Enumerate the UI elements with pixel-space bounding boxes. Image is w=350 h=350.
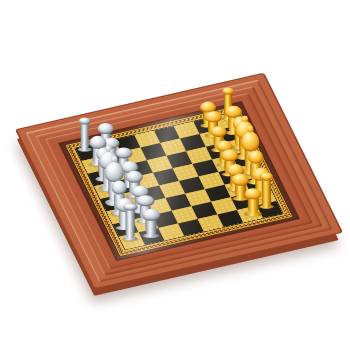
piece-cap: [225, 105, 242, 117]
piece-cap: [223, 88, 235, 95]
piece-gold-pawn-h7[interactable]: ♟: [244, 188, 262, 216]
piece-stem: [145, 219, 156, 237]
piece-cap: [142, 209, 160, 221]
piece-silver-rook-h1[interactable]: ♖: [122, 203, 138, 240]
piece-cap: [137, 195, 155, 207]
piece-cap: [211, 126, 227, 137]
piece-finial: [242, 116, 248, 122]
piece-cap: [248, 150, 263, 163]
piece-cap: [221, 150, 238, 161]
piece-cap: [97, 123, 113, 134]
piece-silver-pawn-h2[interactable]: ♙: [142, 209, 160, 237]
piece-cap: [244, 188, 262, 200]
piece-cap: [112, 181, 127, 194]
piece-finial: [106, 146, 112, 152]
piece-stem: [126, 208, 135, 239]
piece-cap: [104, 162, 123, 182]
wooden-base: [17, 74, 341, 288]
piece-cap: [260, 173, 273, 180]
piece-finial: [247, 126, 253, 133]
piece-cap: [232, 174, 249, 186]
piece-cap: [79, 118, 91, 125]
piece-stem: [262, 177, 271, 207]
piece-stem: [248, 198, 259, 215]
piece-cap: [124, 203, 137, 210]
piece-cap: [205, 111, 221, 122]
piece-finial: [111, 156, 117, 163]
product-photo-scene: ♜♟♞♟♙♝♖♟♛♙♘♟♙♚♟♗♝♙♕♟♙♞♟♔♜♙♗♟♙♘♙♖: [0, 0, 350, 350]
piece-cap: [241, 132, 260, 152]
piece-cap: [126, 171, 143, 182]
